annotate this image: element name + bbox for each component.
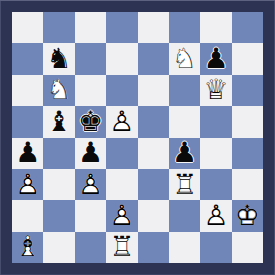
square-g2[interactable]: ♟♙	[200, 200, 231, 231]
square-d4[interactable]	[106, 138, 137, 169]
square-e2[interactable]	[138, 200, 169, 231]
square-b2[interactable]	[43, 200, 74, 231]
square-a2[interactable]	[12, 200, 43, 231]
black-pawn-glyph: ♟	[75, 138, 106, 169]
square-h2[interactable]: ♚♔	[232, 200, 263, 231]
square-c2[interactable]	[75, 200, 106, 231]
square-a7[interactable]	[12, 43, 43, 74]
black-pawn-glyph: ♟	[169, 138, 200, 169]
white-bishop[interactable]: ♝♗	[12, 232, 43, 263]
white-rook-outline: ♖	[169, 169, 200, 200]
square-h6[interactable]	[232, 75, 263, 106]
white-queen[interactable]: ♛♕	[200, 75, 231, 106]
black-bishop[interactable]: ♝	[43, 106, 74, 137]
square-f4[interactable]: ♟	[169, 138, 200, 169]
white-pawn-outline: ♙	[75, 169, 106, 200]
square-h1[interactable]	[232, 232, 263, 263]
white-knight-outline: ♘	[169, 43, 200, 74]
white-pawn[interactable]: ♟♙	[200, 200, 231, 231]
square-e4[interactable]	[138, 138, 169, 169]
white-pawn[interactable]: ♟♙	[75, 169, 106, 200]
square-g5[interactable]	[200, 106, 231, 137]
square-d6[interactable]	[106, 75, 137, 106]
square-d2[interactable]: ♟♙	[106, 200, 137, 231]
square-e5[interactable]	[138, 106, 169, 137]
square-f2[interactable]	[169, 200, 200, 231]
square-f3[interactable]: ♜♖	[169, 169, 200, 200]
white-pawn[interactable]: ♟♙	[106, 106, 137, 137]
black-pawn-glyph: ♟	[12, 138, 43, 169]
white-king[interactable]: ♚♔	[232, 200, 263, 231]
square-c7[interactable]	[75, 43, 106, 74]
white-pawn-outline: ♙	[106, 106, 137, 137]
square-d3[interactable]	[106, 169, 137, 200]
square-h7[interactable]	[232, 43, 263, 74]
square-a6[interactable]	[12, 75, 43, 106]
square-b8[interactable]	[43, 12, 74, 43]
white-pawn[interactable]: ♟♙	[12, 169, 43, 200]
square-g7[interactable]: ♟	[200, 43, 231, 74]
square-e3[interactable]	[138, 169, 169, 200]
square-d1[interactable]: ♜♖	[106, 232, 137, 263]
square-f1[interactable]	[169, 232, 200, 263]
square-h3[interactable]	[232, 169, 263, 200]
black-pawn[interactable]: ♟	[200, 43, 231, 74]
square-a4[interactable]: ♟	[12, 138, 43, 169]
square-f5[interactable]	[169, 106, 200, 137]
square-c3[interactable]: ♟♙	[75, 169, 106, 200]
square-f7[interactable]: ♞♘	[169, 43, 200, 74]
square-c1[interactable]	[75, 232, 106, 263]
square-a3[interactable]: ♟♙	[12, 169, 43, 200]
chess-board-frame: ♞♞♘♟♞♘♛♕♝♚♟♙♟♟♟♟♙♟♙♜♖♟♙♟♙♚♔♝♗♜♖	[0, 0, 275, 275]
square-b5[interactable]: ♝	[43, 106, 74, 137]
square-e6[interactable]	[138, 75, 169, 106]
black-pawn-glyph: ♟	[200, 43, 231, 74]
square-g3[interactable]	[200, 169, 231, 200]
square-d5[interactable]: ♟♙	[106, 106, 137, 137]
square-h4[interactable]	[232, 138, 263, 169]
square-f8[interactable]	[169, 12, 200, 43]
square-a1[interactable]: ♝♗	[12, 232, 43, 263]
square-c4[interactable]: ♟	[75, 138, 106, 169]
square-f6[interactable]	[169, 75, 200, 106]
square-c8[interactable]	[75, 12, 106, 43]
square-c5[interactable]: ♚	[75, 106, 106, 137]
white-pawn-outline: ♙	[200, 200, 231, 231]
white-pawn-outline: ♙	[106, 200, 137, 231]
square-h5[interactable]	[232, 106, 263, 137]
square-c6[interactable]	[75, 75, 106, 106]
black-knight[interactable]: ♞	[43, 43, 74, 74]
square-h8[interactable]	[232, 12, 263, 43]
square-g6[interactable]: ♛♕	[200, 75, 231, 106]
square-b4[interactable]	[43, 138, 74, 169]
white-rook[interactable]: ♜♖	[106, 232, 137, 263]
square-a5[interactable]	[12, 106, 43, 137]
white-king-outline: ♔	[232, 200, 263, 231]
square-e7[interactable]	[138, 43, 169, 74]
chess-board: ♞♞♘♟♞♘♛♕♝♚♟♙♟♟♟♟♙♟♙♜♖♟♙♟♙♚♔♝♗♜♖	[12, 12, 263, 263]
black-pawn[interactable]: ♟	[12, 138, 43, 169]
square-b3[interactable]	[43, 169, 74, 200]
white-pawn[interactable]: ♟♙	[106, 200, 137, 231]
black-bishop-glyph: ♝	[43, 106, 74, 137]
square-d7[interactable]	[106, 43, 137, 74]
black-king[interactable]: ♚	[75, 106, 106, 137]
white-pawn-outline: ♙	[12, 169, 43, 200]
square-a8[interactable]	[12, 12, 43, 43]
white-knight-outline: ♘	[43, 75, 74, 106]
square-g1[interactable]	[200, 232, 231, 263]
black-pawn[interactable]: ♟	[169, 138, 200, 169]
square-g8[interactable]	[200, 12, 231, 43]
square-e8[interactable]	[138, 12, 169, 43]
white-rook-outline: ♖	[106, 232, 137, 263]
white-queen-outline: ♕	[200, 75, 231, 106]
black-pawn[interactable]: ♟	[75, 138, 106, 169]
white-rook[interactable]: ♜♖	[169, 169, 200, 200]
white-knight[interactable]: ♞♘	[169, 43, 200, 74]
square-b7[interactable]: ♞	[43, 43, 74, 74]
white-bishop-outline: ♗	[12, 232, 43, 263]
square-b1[interactable]	[43, 232, 74, 263]
square-b6[interactable]: ♞♘	[43, 75, 74, 106]
white-knight[interactable]: ♞♘	[43, 75, 74, 106]
black-king-glyph: ♚	[75, 106, 106, 137]
square-g4[interactable]	[200, 138, 231, 169]
square-e1[interactable]	[138, 232, 169, 263]
black-knight-glyph: ♞	[43, 43, 74, 74]
square-d8[interactable]	[106, 12, 137, 43]
